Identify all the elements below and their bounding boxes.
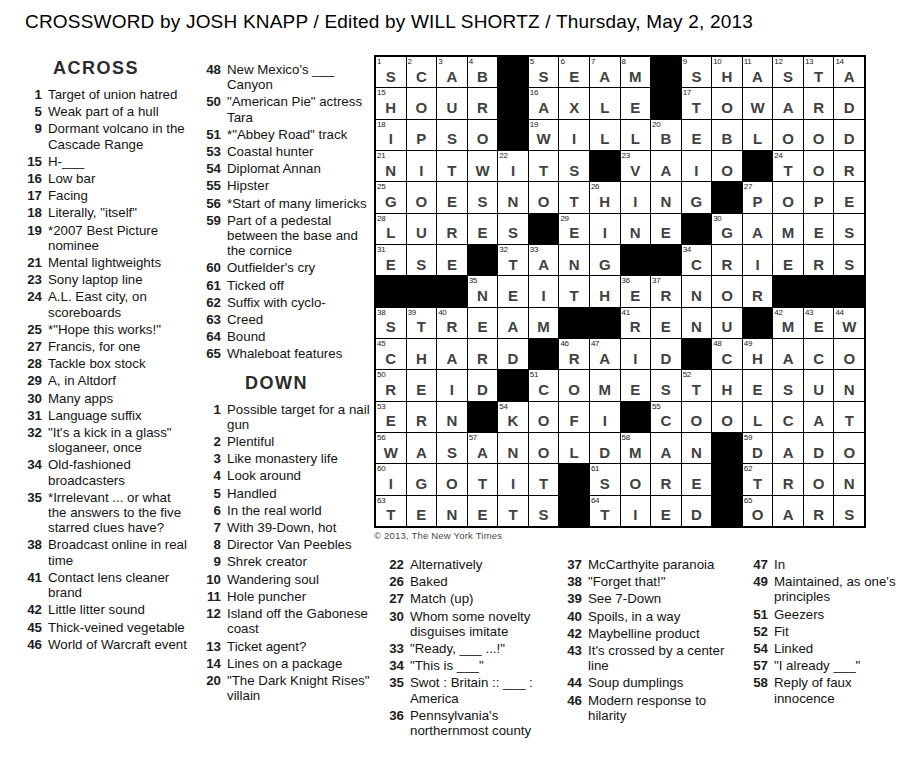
grid-cell[interactable]: G [407,464,437,494]
grid-cell[interactable]: T [498,496,528,526]
clue-item: 23Sony laptop line [18,272,192,287]
cell-letter: P [804,182,834,212]
grid-cell[interactable]: 17T [682,88,712,118]
grid-cell[interactable]: D [682,496,712,526]
grid-cell[interactable]: R [407,402,437,432]
grid-cell[interactable]: A [498,308,528,338]
black-cell [712,464,742,494]
clue-number: 42 [558,626,582,641]
clue-text: Handled [227,486,277,501]
cell-letter: E [621,370,651,400]
grid-cell[interactable]: 12S [773,57,803,87]
grid-cell[interactable]: R [773,464,803,494]
grid-cell[interactable]: R [437,214,467,244]
grid-cell[interactable]: O [712,151,742,181]
grid-cell[interactable]: S [651,370,681,400]
cell-letter: T [498,245,528,275]
grid-cell[interactable]: S [834,245,864,275]
cell-letter: E [804,214,834,244]
grid-cell[interactable]: E [743,370,773,400]
grid-cell[interactable]: S [437,120,467,150]
clue-item: 54Diplomat Annan [197,161,374,176]
cell-letter: B [651,120,681,150]
grid-cell[interactable]: 34C [682,245,712,275]
black-cell [590,151,620,181]
clue-text: Linked [774,641,813,656]
grid-cell[interactable]: T [468,464,498,494]
cell-letter: L [621,120,651,150]
grid-cell[interactable]: 37R [651,276,681,306]
cell-letter: A [529,245,559,275]
grid-cell[interactable]: 51C [529,370,559,400]
grid-cell[interactable]: X [559,88,589,118]
clue-number: 25 [18,322,42,337]
grid-cell[interactable]: E [682,464,712,494]
grid-cell[interactable]: I [743,245,773,275]
clue-item: 11Hole puncher [197,589,374,604]
grid-cell[interactable]: A [804,402,834,432]
grid-cell[interactable]: 36E [621,276,651,306]
grid-cell[interactable]: E [651,214,681,244]
grid-cell[interactable]: 6E [559,57,589,87]
clue-text: H-___ [48,154,84,169]
cell-letter: D [468,370,498,400]
grid-cell[interactable]: 58M [621,433,651,463]
grid-cell[interactable]: M [773,214,803,244]
grid-cell[interactable]: 65O [743,496,773,526]
clue-item: 47In [744,557,898,572]
grid-cell[interactable]: U [437,88,467,118]
grid-cell[interactable]: C [773,402,803,432]
clue-text: *2007 Best Picture nominee [48,223,192,253]
down-clues-37-46: 37McCarthyite paranoia38"Forget that!"39… [558,557,742,725]
grid-cell[interactable]: 33A [529,245,559,275]
grid-cell[interactable]: 40R [437,308,467,338]
grid-cell[interactable]: N [834,370,864,400]
grid-cell[interactable]: D [651,339,681,369]
grid-cell[interactable]: P [804,182,834,212]
grid-cell[interactable]: H [712,370,742,400]
grid-cell[interactable]: E [834,182,864,212]
grid-cell[interactable]: D [834,120,864,150]
grid-cell[interactable]: R [804,245,834,275]
cell-letter: I [376,464,406,494]
grid-cell[interactable]: O [529,433,559,463]
grid-cell[interactable]: E [621,370,651,400]
grid-cell[interactable]: 21N [376,151,406,181]
grid-cell[interactable]: 32T [498,245,528,275]
grid-cell[interactable]: 13T [804,57,834,87]
grid-cell[interactable]: M [529,308,559,338]
grid-cell[interactable]: A [437,339,467,369]
grid-cell[interactable]: 45C [376,339,406,369]
grid-cell[interactable]: B [712,120,742,150]
cell-letter: D [743,433,773,463]
grid-cell[interactable]: O [834,339,864,369]
grid-cell[interactable]: O [712,88,742,118]
grid-cell[interactable]: 55C [651,402,681,432]
cell-letter: E [407,370,437,400]
cell-letter: C [529,370,559,400]
grid-cell[interactable]: O [712,402,742,432]
grid-cell[interactable]: O [529,402,559,432]
clue-number: 24 [18,289,42,319]
grid-cell[interactable]: N [834,464,864,494]
grid-cell[interactable]: M [590,370,620,400]
grid-cell[interactable]: O [407,88,437,118]
grid-cell[interactable]: N [498,182,528,212]
grid-cell[interactable]: N [437,402,467,432]
clue-text: "It's a kick in a glass" sloganeer, once [48,425,192,455]
grid-cell[interactable]: I [590,402,620,432]
clue-number: 5 [18,104,42,119]
grid-cell[interactable]: I [529,276,559,306]
down-clues-22-36: 22Alternatively26Baked27Match (up)30Whom… [380,557,556,740]
cell-letter: H [376,88,406,118]
grid-cell[interactable]: N [651,182,681,212]
grid-cell[interactable]: 14A [834,57,864,87]
grid-cell[interactable]: E [407,370,437,400]
cell-letter: S [437,433,467,463]
grid-cell[interactable]: U [712,308,742,338]
grid-cell[interactable]: O [834,433,864,463]
grid-cell[interactable]: 5S [529,57,559,87]
clue-text: Wandering soul [227,572,319,587]
clue-text: Pennsylvania's northernmost county [410,708,556,738]
grid-cell[interactable]: 16A [529,88,559,118]
grid-cell[interactable]: H [590,276,620,306]
grid-cell[interactable]: U [804,370,834,400]
grid-cell[interactable]: A [773,339,803,369]
black-cell [682,214,712,244]
clue-item: 55Hipster [197,178,374,193]
grid-cell[interactable]: E [468,308,498,338]
cell-letter: U [712,308,742,338]
black-cell [743,151,773,181]
cell-letter: I [621,496,651,526]
grid-cell[interactable]: 25G [376,182,406,212]
grid-cell[interactable]: 26H [590,182,620,212]
grid-cell[interactable]: R [834,151,864,181]
cell-letter: V [621,151,651,181]
cell-letter: T [804,57,834,87]
grid-cell[interactable]: I [621,182,651,212]
cell-letter: T [682,370,712,400]
cell-letter: E [651,308,681,338]
grid-cell[interactable]: 15H [376,88,406,118]
grid-cell[interactable]: S [529,496,559,526]
grid-cell[interactable]: N [682,433,712,463]
cell-letter: A [773,433,803,463]
grid-cell[interactable]: R [804,496,834,526]
grid-cell[interactable]: P [407,120,437,150]
clue-text: Fit [774,624,789,639]
grid-cell[interactable]: 8M [621,57,651,87]
grid-cell[interactable]: I [621,496,651,526]
grid-cell[interactable]: C [804,339,834,369]
grid-cell[interactable]: I [407,151,437,181]
grid-cell[interactable]: 43E [804,308,834,338]
grid-cell[interactable]: 44W [834,308,864,338]
cell-letter: A [773,88,803,118]
grid-cell[interactable]: 54K [498,402,528,432]
grid-cell[interactable]: E [407,496,437,526]
clue-text: Lines on a package [227,656,342,671]
grid-cell[interactable]: R [712,245,742,275]
grid-cell[interactable]: O [804,120,834,150]
clue-item: 45Thick-veined vegetable [18,620,192,635]
grid-cell[interactable]: O [804,151,834,181]
clue-number: 19 [18,223,42,253]
grid-cell[interactable]: 23V [621,151,651,181]
clue-item: 16Low bar [18,171,192,186]
grid-cell[interactable]: 47A [590,339,620,369]
grid-cell[interactable]: W [468,151,498,181]
cell-letter: N [682,276,712,306]
grid-cell[interactable]: O [773,182,803,212]
grid-cell[interactable]: S [834,214,864,244]
clue-text: Like monastery life [227,451,338,466]
cell-letter: I [376,120,406,150]
grid-cell[interactable]: A [651,151,681,181]
grid-cell[interactable]: L [743,120,773,150]
grid-cell[interactable]: 39T [407,308,437,338]
grid-cell[interactable]: 18I [376,120,406,150]
grid-cell[interactable]: O [407,182,437,212]
grid-cell[interactable]: 61S [590,464,620,494]
grid-cell[interactable]: A [407,433,437,463]
grid-cell[interactable]: D [590,433,620,463]
grid-cell[interactable]: N [621,214,651,244]
grid-cell[interactable]: O [682,402,712,432]
grid-cell[interactable]: N [498,433,528,463]
grid-cell[interactable]: 2C [407,57,437,87]
grid-cell[interactable]: S [407,245,437,275]
clue-text: Thick-veined vegetable [48,620,185,635]
cell-letter: E [376,402,406,432]
grid-cell[interactable]: 64T [590,496,620,526]
grid-cell[interactable]: 9S [682,57,712,87]
grid-cell[interactable]: N [682,276,712,306]
grid-cell[interactable]: 10H [712,57,742,87]
clue-item: 27Match (up) [380,591,556,606]
grid-cell[interactable]: R [468,339,498,369]
grid-cell[interactable]: 56W [376,433,406,463]
grid-cell[interactable]: R [804,88,834,118]
clue-item: 36Pennsylvania's northernmost county [380,708,556,738]
grid-cell[interactable]: O [468,120,498,150]
grid-cell[interactable]: H [407,339,437,369]
grid-cell[interactable]: L [621,120,651,150]
grid-cell[interactable]: O [559,370,589,400]
cell-letter: S [437,120,467,150]
grid-cell[interactable]: I [559,120,589,150]
cell-letter: D [682,496,712,526]
grid-cell[interactable]: L [590,88,620,118]
grid-cell[interactable]: D [804,433,834,463]
grid-cell[interactable]: R [468,88,498,118]
grid-cell[interactable]: A [773,433,803,463]
grid-cell[interactable]: 38S [376,308,406,338]
grid-cell[interactable]: A [773,496,803,526]
grid-cell[interactable]: D [468,370,498,400]
grid-cell[interactable]: 59D [743,433,773,463]
grid-cell[interactable]: 1S [376,57,406,87]
grid-cell[interactable]: S [773,370,803,400]
grid-cell[interactable]: 7A [590,57,620,87]
grid-cell[interactable]: 52T [682,370,712,400]
cell-letter: D [834,88,864,118]
grid-cell[interactable]: 41R [621,308,651,338]
grid-cell[interactable]: D [834,88,864,118]
grid-cell[interactable]: A [651,433,681,463]
cell-letter: T [407,308,437,338]
clue-text: Modern response to hilarity [588,693,742,723]
grid-cell[interactable]: 28L [376,214,406,244]
grid-cell[interactable]: 31E [376,245,406,275]
grid-cell[interactable]: T [437,151,467,181]
clue-item: 48New Mexico's ___ Canyon [197,62,374,92]
grid-cell[interactable]: N [559,245,589,275]
cell-letter: O [559,370,589,400]
grid-cell[interactable]: O [437,464,467,494]
grid-cell[interactable]: A [773,88,803,118]
clue-number: 46 [18,637,42,652]
grid-cell[interactable]: 19W [529,120,559,150]
cell-letter: M [590,370,620,400]
grid-cell[interactable]: S [498,214,528,244]
grid-cell[interactable]: 35N [468,276,498,306]
clue-number: 16 [18,171,42,186]
grid-cell[interactable]: T [529,464,559,494]
grid-cell[interactable]: 42M [773,308,803,338]
grid-cell[interactable]: I [498,464,528,494]
clue-text: Coastal hunter [227,144,313,159]
grid-cell[interactable]: S [437,433,467,463]
cell-letter: L [559,433,589,463]
grid-cell[interactable]: W [743,88,773,118]
black-cell [834,276,864,306]
clue-text: Soup dumplings [588,675,683,690]
grid-cell[interactable]: 49H [743,339,773,369]
grid-cell[interactable]: I [682,151,712,181]
grid-cell[interactable]: 27P [743,182,773,212]
grid-cell[interactable]: R [651,464,681,494]
grid-cell[interactable]: T [834,402,864,432]
grid-cell[interactable]: D [498,339,528,369]
clue-item: 32"It's a kick in a glass" sloganeer, on… [18,425,192,455]
cell-letter: G [590,245,620,275]
grid-cell[interactable]: U [407,214,437,244]
grid-cell[interactable]: E [498,276,528,306]
grid-cell[interactable]: T [559,182,589,212]
clue-item: 42Little litter sound [18,602,192,617]
down-clues-47-58: 47In49Maintained, as one's principles51G… [744,557,898,708]
grid-cell[interactable]: 46R [559,339,589,369]
grid-cell[interactable]: 50R [376,370,406,400]
grid-cell[interactable]: E [651,308,681,338]
grid-cell[interactable]: E [651,496,681,526]
clue-text: Reply of faux innocence [774,675,898,705]
grid-cell[interactable]: 11A [743,57,773,87]
grid-cell[interactable]: O [804,464,834,494]
clue-number: 20 [197,673,221,703]
clue-number: 45 [18,620,42,635]
grid-cell[interactable]: S [468,182,498,212]
clue-text: Spoils, in a way [588,609,680,624]
clue-text: Possible target for a nail gun [227,402,374,432]
grid-cell[interactable]: 57A [468,433,498,463]
grid-cell[interactable]: 30G [712,214,742,244]
cell-letter: I [498,464,528,494]
cell-letter: R [834,151,864,181]
cell-letter: O [407,182,437,212]
clue-item: 2Plentiful [197,434,374,449]
grid-cell[interactable]: T [559,276,589,306]
grid-cell[interactable]: N [437,496,467,526]
grid-cell[interactable]: E [437,182,467,212]
grid-cell[interactable]: A [743,214,773,244]
cell-letter: R [559,339,589,369]
grid-cell[interactable]: I [437,370,467,400]
grid-cell[interactable]: 3A [437,57,467,87]
grid-cell[interactable]: S [559,151,589,181]
cell-letter: T [529,151,559,181]
grid-cell[interactable]: O [621,464,651,494]
grid-cell[interactable]: E [804,214,834,244]
grid-cell[interactable]: I [590,214,620,244]
clue-item: 34Old-fashioned broadcasters [18,457,192,487]
grid-cell[interactable]: E [437,245,467,275]
grid-cell[interactable]: L [559,433,589,463]
grid-cell[interactable]: G [590,245,620,275]
grid-cell[interactable]: E [682,120,712,150]
grid-cell[interactable]: R [743,276,773,306]
grid-cell[interactable]: S [834,496,864,526]
cell-letter: O [834,433,864,463]
grid-cell[interactable]: L [743,402,773,432]
cell-letter: T [773,151,803,181]
grid-cell[interactable]: O [529,182,559,212]
grid-cell[interactable]: 48C [712,339,742,369]
clue-item: 65Whaleboat features [197,346,374,361]
grid-cell[interactable]: E [468,214,498,244]
grid-cell[interactable]: I [621,339,651,369]
grid-cell[interactable]: 24T [773,151,803,181]
grid-cell[interactable]: 63T [376,496,406,526]
grid-cell[interactable]: E [468,496,498,526]
grid-cell[interactable]: O [773,120,803,150]
grid-cell[interactable]: 4B [468,57,498,87]
grid-cell[interactable]: E [621,88,651,118]
grid-cell[interactable]: G [682,182,712,212]
grid-cell[interactable]: 29E [559,214,589,244]
across-clues-1-46: 1Target of union hatred5Weak part of a h… [18,87,192,652]
clue-number: 1 [197,402,221,432]
grid-cell[interactable]: L [590,120,620,150]
grid-cell[interactable]: O [712,276,742,306]
grid-cell[interactable]: T [529,151,559,181]
grid-cell[interactable]: 22I [498,151,528,181]
grid-cell[interactable]: 62T [743,464,773,494]
grid-cell[interactable]: N [682,308,712,338]
grid-cell[interactable]: 60I [376,464,406,494]
grid-cell[interactable]: 53E [376,402,406,432]
grid-cell[interactable]: 20B [651,120,681,150]
grid-cell[interactable]: F [559,402,589,432]
grid-cell[interactable]: E [773,245,803,275]
clue-text: *Irrelevant ... or what the answers to t… [48,490,192,536]
